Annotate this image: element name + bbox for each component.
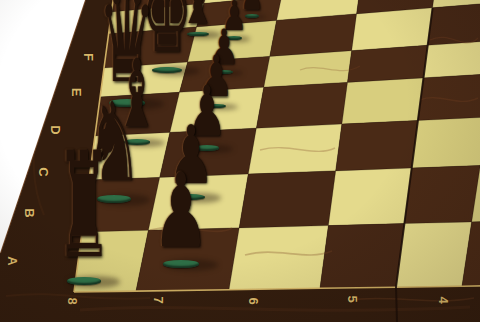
- square-b4[interactable]: [404, 166, 480, 224]
- square-b5[interactable]: [328, 168, 411, 226]
- square-e6[interactable]: [264, 51, 352, 88]
- square-e4[interactable]: [424, 40, 480, 78]
- file-label: C: [37, 167, 50, 176]
- rank-label: 4: [437, 296, 450, 303]
- square-c5[interactable]: [336, 121, 418, 171]
- square-e5[interactable]: [348, 45, 428, 82]
- square-d6[interactable]: [256, 82, 347, 128]
- square-f6[interactable]: [270, 14, 357, 57]
- square-a6[interactable]: [229, 226, 328, 290]
- file-label: E: [70, 88, 83, 97]
- rank-label: 7: [152, 296, 165, 303]
- black-rook-a8[interactable]: ♜: [56, 133, 112, 279]
- square-f5[interactable]: [352, 8, 433, 51]
- rank-label: 8: [66, 297, 79, 304]
- square-a4[interactable]: [396, 222, 472, 287]
- square-a5[interactable]: [320, 224, 404, 289]
- file-label: A: [6, 256, 19, 265]
- square-b6[interactable]: [239, 171, 336, 228]
- square-d4[interactable]: [418, 74, 480, 121]
- square-d5[interactable]: [342, 78, 424, 124]
- square-f4[interactable]: [428, 2, 480, 46]
- rank-label: 5: [346, 295, 359, 302]
- rank-label: 6: [247, 297, 260, 304]
- square-c4[interactable]: [412, 117, 480, 168]
- file-label: F: [82, 53, 95, 61]
- black-pawn-a7[interactable]: ♟: [152, 159, 209, 261]
- file-label: B: [23, 208, 36, 217]
- chessboard-photo: FEDCBA87654 ♟♝♟♚♟♛♟♝♟♞♟♟♜: [0, 0, 480, 322]
